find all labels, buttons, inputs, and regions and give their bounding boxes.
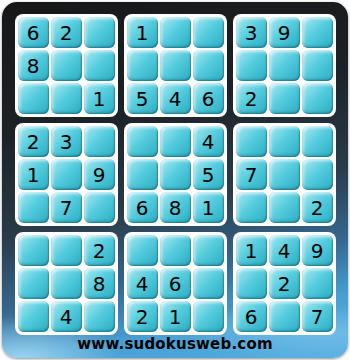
sudoku-cell-r3c8[interactable] <box>269 83 300 114</box>
sudoku-cell-r1c2[interactable]: 2 <box>51 17 82 48</box>
sudoku-cell-r1c5[interactable] <box>160 17 191 48</box>
sudoku-cell-r8c7[interactable] <box>236 268 267 299</box>
sudoku-cell-r5c3[interactable]: 9 <box>84 159 115 190</box>
sudoku-cell-r9c6[interactable] <box>193 301 224 332</box>
sudoku-cell-r8c2[interactable] <box>51 268 82 299</box>
sudoku-cell-r3c1[interactable] <box>18 83 49 114</box>
sudoku-cell-r7c6[interactable] <box>193 235 224 266</box>
sudoku-cell-r3c2[interactable] <box>51 83 82 114</box>
sudoku-cell-r5c8[interactable] <box>269 159 300 190</box>
sudoku-cell-r7c1[interactable] <box>18 235 49 266</box>
sudoku-cell-r6c3[interactable] <box>84 192 115 223</box>
sudoku-cell-r5c7[interactable]: 7 <box>236 159 267 190</box>
sudoku-cell-r3c9[interactable] <box>302 83 333 114</box>
sudoku-cell-r5c2[interactable] <box>51 159 82 190</box>
sudoku-cell-r2c5[interactable] <box>160 50 191 81</box>
sudoku-cell-r3c5[interactable]: 4 <box>160 83 191 114</box>
sudoku-cell-r6c5[interactable]: 8 <box>160 192 191 223</box>
sudoku-cell-r3c3[interactable]: 1 <box>84 83 115 114</box>
sudoku-cell-r6c9[interactable]: 2 <box>302 192 333 223</box>
sudoku-cell-r1c9[interactable] <box>302 17 333 48</box>
sudoku-cell-r5c9[interactable] <box>302 159 333 190</box>
sudoku-cell-r2c6[interactable] <box>193 50 224 81</box>
sudoku-cell-r8c1[interactable] <box>18 268 49 299</box>
sudoku-box-3: 392 <box>233 14 336 117</box>
sudoku-board: 628115463922319745681722844621149267 <box>14 14 336 335</box>
sudoku-cell-r8c3[interactable]: 8 <box>84 268 115 299</box>
sudoku-box-6: 72 <box>233 123 336 226</box>
sudoku-cell-r9c1[interactable] <box>18 301 49 332</box>
sudoku-card: 628115463922319745681722844621149267 www… <box>2 2 348 358</box>
sudoku-cell-r2c4[interactable] <box>127 50 158 81</box>
sudoku-cell-r8c4[interactable]: 4 <box>127 268 158 299</box>
sudoku-cell-r5c4[interactable] <box>127 159 158 190</box>
sudoku-cell-r9c9[interactable]: 7 <box>302 301 333 332</box>
sudoku-cell-r7c4[interactable] <box>127 235 158 266</box>
sudoku-cell-r2c3[interactable] <box>84 50 115 81</box>
sudoku-cell-r3c7[interactable]: 2 <box>236 83 267 114</box>
sudoku-box-1: 6281 <box>15 14 118 117</box>
sudoku-cell-r3c4[interactable]: 5 <box>127 83 158 114</box>
sudoku-cell-r6c7[interactable] <box>236 192 267 223</box>
sudoku-cell-r4c9[interactable] <box>302 126 333 157</box>
sudoku-cell-r8c9[interactable] <box>302 268 333 299</box>
sudoku-cell-r6c6[interactable]: 1 <box>193 192 224 223</box>
sudoku-box-2: 1546 <box>124 14 227 117</box>
sudoku-cell-r7c2[interactable] <box>51 235 82 266</box>
sudoku-cell-r1c4[interactable]: 1 <box>127 17 158 48</box>
sudoku-cell-r4c4[interactable] <box>127 126 158 157</box>
sudoku-box-4: 23197 <box>15 123 118 226</box>
sudoku-box-8: 4621 <box>124 232 227 335</box>
sudoku-cell-r3c6[interactable]: 6 <box>193 83 224 114</box>
sudoku-cell-r1c3[interactable] <box>84 17 115 48</box>
sudoku-cell-r6c1[interactable] <box>18 192 49 223</box>
sudoku-cell-r9c7[interactable]: 6 <box>236 301 267 332</box>
sudoku-cell-r9c2[interactable]: 4 <box>51 301 82 332</box>
sudoku-cell-r6c2[interactable]: 7 <box>51 192 82 223</box>
sudoku-cell-r2c2[interactable] <box>51 50 82 81</box>
sudoku-cell-r2c8[interactable] <box>269 50 300 81</box>
sudoku-cell-r1c1[interactable]: 6 <box>18 17 49 48</box>
sudoku-cell-r2c9[interactable] <box>302 50 333 81</box>
sudoku-cell-r1c7[interactable]: 3 <box>236 17 267 48</box>
sudoku-cell-r9c3[interactable] <box>84 301 115 332</box>
site-url[interactable]: www.sudokusweb.com <box>2 335 348 353</box>
sudoku-cell-r7c7[interactable]: 1 <box>236 235 267 266</box>
sudoku-cell-r7c5[interactable] <box>160 235 191 266</box>
sudoku-cell-r7c3[interactable]: 2 <box>84 235 115 266</box>
sudoku-cell-r4c5[interactable] <box>160 126 191 157</box>
sudoku-cell-r8c6[interactable] <box>193 268 224 299</box>
sudoku-cell-r4c6[interactable]: 4 <box>193 126 224 157</box>
sudoku-cell-r9c5[interactable]: 1 <box>160 301 191 332</box>
sudoku-cell-r4c8[interactable] <box>269 126 300 157</box>
sudoku-cell-r4c7[interactable] <box>236 126 267 157</box>
sudoku-cell-r8c5[interactable]: 6 <box>160 268 191 299</box>
sudoku-cell-r9c8[interactable] <box>269 301 300 332</box>
sudoku-box-9: 149267 <box>233 232 336 335</box>
sudoku-box-7: 284 <box>15 232 118 335</box>
sudoku-cell-r4c3[interactable] <box>84 126 115 157</box>
sudoku-cell-r1c6[interactable] <box>193 17 224 48</box>
sudoku-cell-r6c8[interactable] <box>269 192 300 223</box>
sudoku-cell-r4c2[interactable]: 3 <box>51 126 82 157</box>
sudoku-cell-r8c8[interactable]: 2 <box>269 268 300 299</box>
sudoku-cell-r7c8[interactable]: 4 <box>269 235 300 266</box>
sudoku-cell-r4c1[interactable]: 2 <box>18 126 49 157</box>
sudoku-cell-r2c7[interactable] <box>236 50 267 81</box>
sudoku-cell-r9c4[interactable]: 2 <box>127 301 158 332</box>
sudoku-cell-r5c1[interactable]: 1 <box>18 159 49 190</box>
sudoku-cell-r7c9[interactable]: 9 <box>302 235 333 266</box>
sudoku-cell-r5c5[interactable] <box>160 159 191 190</box>
sudoku-box-5: 45681 <box>124 123 227 226</box>
sudoku-cell-r1c8[interactable]: 9 <box>269 17 300 48</box>
sudoku-cell-r5c6[interactable]: 5 <box>193 159 224 190</box>
sudoku-cell-r6c4[interactable]: 6 <box>127 192 158 223</box>
sudoku-cell-r2c1[interactable]: 8 <box>18 50 49 81</box>
